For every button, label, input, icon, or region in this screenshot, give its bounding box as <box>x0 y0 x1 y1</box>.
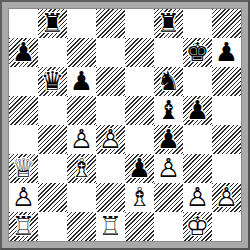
square-a6[interactable] <box>9 67 38 96</box>
square-g7[interactable]: ♚♚ <box>183 38 212 67</box>
square-f5[interactable]: ♝♝ <box>154 96 183 125</box>
piece-black-pawn[interactable]: ♟ <box>9 38 38 67</box>
square-d8[interactable] <box>96 9 125 38</box>
square-d2[interactable] <box>96 183 125 212</box>
square-b1[interactable] <box>38 212 67 241</box>
square-c3[interactable]: ♝♗ <box>67 154 96 183</box>
piece-white-pawn[interactable]: ♙ <box>96 125 125 154</box>
square-e2[interactable]: ♝♗ <box>125 183 154 212</box>
square-g8[interactable] <box>183 9 212 38</box>
square-b2[interactable] <box>38 183 67 212</box>
square-f1[interactable] <box>154 212 183 241</box>
piece-white-rook[interactable]: ♖ <box>9 212 38 241</box>
square-c2[interactable] <box>67 183 96 212</box>
square-d4[interactable]: ♟♙ <box>96 125 125 154</box>
board-frame: ♜♜♜♜♟♟♚♚♟♟♛♛♟♟♞♞♝♝♟♟♟♙♟♙♟♟♛♕♝♗♟♟♟♙♟♙♝♗♟♙… <box>0 0 250 250</box>
square-a7[interactable]: ♟♟ <box>9 38 38 67</box>
square-c7[interactable] <box>67 38 96 67</box>
square-c8[interactable] <box>67 9 96 38</box>
piece-black-bishop[interactable]: ♝ <box>154 96 183 125</box>
square-e1[interactable] <box>125 212 154 241</box>
piece-black-rook[interactable]: ♜ <box>154 9 183 38</box>
square-h5[interactable] <box>212 96 241 125</box>
square-e4[interactable] <box>125 125 154 154</box>
square-h6[interactable] <box>212 67 241 96</box>
square-c6[interactable]: ♟♟ <box>67 67 96 96</box>
piece-white-pawn[interactable]: ♙ <box>9 183 38 212</box>
square-g4[interactable] <box>183 125 212 154</box>
square-f7[interactable] <box>154 38 183 67</box>
piece-white-pawn[interactable]: ♙ <box>154 154 183 183</box>
square-c1[interactable] <box>67 212 96 241</box>
square-h3[interactable] <box>212 154 241 183</box>
square-c4[interactable]: ♟♙ <box>67 125 96 154</box>
chess-board: ♜♜♜♜♟♟♚♚♟♟♛♛♟♟♞♞♝♝♟♟♟♙♟♙♟♟♛♕♝♗♟♟♟♙♟♙♝♗♟♙… <box>8 8 242 242</box>
square-e8[interactable] <box>125 9 154 38</box>
piece-white-bishop[interactable]: ♗ <box>67 154 96 183</box>
square-f3[interactable]: ♟♙ <box>154 154 183 183</box>
square-e5[interactable] <box>125 96 154 125</box>
piece-white-pawn[interactable]: ♙ <box>183 183 212 212</box>
square-f6[interactable]: ♞♞ <box>154 67 183 96</box>
piece-black-knight[interactable]: ♞ <box>154 67 183 96</box>
square-d6[interactable] <box>96 67 125 96</box>
square-g2[interactable]: ♟♙ <box>183 183 212 212</box>
square-d3[interactable] <box>96 154 125 183</box>
square-g6[interactable] <box>183 67 212 96</box>
square-c5[interactable] <box>67 96 96 125</box>
piece-black-queen[interactable]: ♛ <box>38 67 67 96</box>
piece-black-pawn[interactable]: ♟ <box>183 96 212 125</box>
piece-black-pawn[interactable]: ♟ <box>67 67 96 96</box>
piece-white-rook[interactable]: ♖ <box>96 212 125 241</box>
square-a4[interactable] <box>9 125 38 154</box>
square-h7[interactable]: ♟♟ <box>212 38 241 67</box>
square-h8[interactable] <box>212 9 241 38</box>
square-f4[interactable]: ♟♟ <box>154 125 183 154</box>
piece-black-pawn[interactable]: ♟ <box>154 125 183 154</box>
square-a3[interactable]: ♛♕ <box>9 154 38 183</box>
square-a1[interactable]: ♜♖ <box>9 212 38 241</box>
square-d5[interactable] <box>96 96 125 125</box>
square-b4[interactable] <box>38 125 67 154</box>
piece-white-queen[interactable]: ♕ <box>9 154 38 183</box>
piece-white-pawn[interactable]: ♙ <box>67 125 96 154</box>
square-b7[interactable] <box>38 38 67 67</box>
square-h2[interactable]: ♟♙ <box>212 183 241 212</box>
square-g5[interactable]: ♟♟ <box>183 96 212 125</box>
piece-black-rook[interactable]: ♜ <box>38 9 67 38</box>
square-f8[interactable]: ♜♜ <box>154 9 183 38</box>
square-d7[interactable] <box>96 38 125 67</box>
square-a2[interactable]: ♟♙ <box>9 183 38 212</box>
piece-black-pawn[interactable]: ♟ <box>125 154 154 183</box>
square-b3[interactable] <box>38 154 67 183</box>
square-g3[interactable] <box>183 154 212 183</box>
square-b6[interactable]: ♛♛ <box>38 67 67 96</box>
square-b8[interactable]: ♜♜ <box>38 9 67 38</box>
square-a8[interactable] <box>9 9 38 38</box>
square-g1[interactable]: ♚♔ <box>183 212 212 241</box>
piece-white-king[interactable]: ♔ <box>183 212 212 241</box>
piece-black-pawn[interactable]: ♟ <box>212 38 241 67</box>
square-e6[interactable] <box>125 67 154 96</box>
square-e3[interactable]: ♟♟ <box>125 154 154 183</box>
square-h4[interactable] <box>212 125 241 154</box>
square-e7[interactable] <box>125 38 154 67</box>
square-b5[interactable] <box>38 96 67 125</box>
square-a5[interactable] <box>9 96 38 125</box>
square-h1[interactable] <box>212 212 241 241</box>
piece-white-pawn[interactable]: ♙ <box>212 183 241 212</box>
square-f2[interactable] <box>154 183 183 212</box>
square-d1[interactable]: ♜♖ <box>96 212 125 241</box>
piece-white-bishop[interactable]: ♗ <box>125 183 154 212</box>
piece-black-king[interactable]: ♚ <box>183 38 212 67</box>
